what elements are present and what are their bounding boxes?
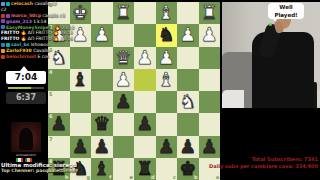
square-f6[interactable]: ♛ [91,113,113,135]
chat-badge-icon [1,14,5,18]
piece-wP-e4[interactable]: ♟ [113,68,135,90]
file-label-a: a [216,174,219,180]
square-c8[interactable]: c [156,158,178,180]
square-a7[interactable]: ♟ [199,136,221,158]
chat-badge-icon [6,2,10,6]
piece-bP-h6[interactable]: ♟ [48,112,70,134]
chat-username[interactable]: celocash [11,1,33,6]
square-d8[interactable]: d♜ [134,158,156,180]
piece-wP-f2[interactable]: ♟ [91,23,113,45]
piece-bP-d6[interactable]: ♟ [134,112,156,134]
square-d7[interactable] [134,136,156,158]
rank-label-5: 5 [49,91,52,97]
piece-bK-b8[interactable]: ♚ [177,157,199,179]
chat-text: cavallo c2 [34,1,57,6]
streamer-name: andreabubini [0,153,52,157]
footer-info: Ultima modifica: sieragu Top Chenner: pa… [1,162,121,173]
square-c1[interactable]: ♝ [156,2,178,24]
square-a1[interactable]: ♜ [199,2,221,24]
square-b5[interactable]: ♞ [177,91,199,113]
chat-text: E cos [37,54,49,59]
square-d4[interactable] [134,69,156,91]
piece-bP-b7[interactable]: ♟ [177,135,199,157]
square-g4[interactable]: ♝ [70,69,92,91]
avatar-silhouette [19,128,33,150]
piece-wB-c1[interactable]: ♝ [156,1,178,23]
square-a6[interactable] [199,113,221,135]
piece-bR-d8[interactable]: ♜ [134,157,156,179]
total-subscribers-text: Total Subscribers: 7341 [209,156,318,163]
piece-bP-c7[interactable]: ♟ [156,135,178,157]
square-f4[interactable] [91,69,113,91]
piece-bQ-f6[interactable]: ♛ [91,112,113,134]
square-a5[interactable] [199,91,221,113]
clock-progress-bar [8,87,44,89]
square-h5[interactable]: 5 [48,91,70,113]
white-clock: 7:04 [6,71,46,84]
chat-badge-icon [1,2,5,6]
black-clock: 6:37 [6,92,46,104]
square-b1[interactable] [177,2,199,24]
streamer-avatar [11,122,41,152]
piece-wR-a1[interactable]: ♜ [199,1,221,23]
chat-badge-icon [1,43,5,47]
square-e5[interactable]: ♟ [113,91,135,113]
chat-badge-icon [1,55,5,59]
file-label-c: c [173,174,176,180]
chat-username[interactable]: marco_50cp [11,13,41,18]
green-indicator-dot [269,23,272,26]
square-g7[interactable]: ♟ [70,136,92,158]
chat-text: 🔥 23:13 [55,25,75,30]
subscriber-stats: Total Subscribers: 7341 Daily subs per c… [209,156,318,170]
speech-bubble: Well Played! [268,3,304,19]
square-d2[interactable] [134,24,156,46]
square-e3[interactable]: ♛ [113,47,135,69]
square-e4[interactable]: ♟ [113,69,135,91]
chat-username[interactable]: EasyMoneySniper_ [6,25,53,30]
square-f2[interactable]: ♟ [91,24,113,46]
chat-badge-icon [1,49,5,53]
chat-badge-icon [1,19,5,23]
piece-wN-b5[interactable]: ♞ [177,90,199,112]
chat-text: cavallo c3 [43,13,66,18]
piece-bP-a7[interactable]: ♟ [199,135,221,157]
square-d6[interactable]: ♟ [134,113,156,135]
chat-badge-icon [6,14,10,18]
piece-bP-g7[interactable]: ♟ [70,135,92,157]
stream-stage: 1♚♜♝♜2♟♟♟♞♟♟3♞♛♟♟4♝♟♝5♟♞6♟♛♟7♟♟♟♟♟8h♜g♞f… [0,0,320,180]
rank-label-4: 4 [49,69,52,75]
chat-username[interactable]: belochirnoll [6,54,36,59]
chat-badge-icon [6,43,10,47]
square-g5[interactable] [70,91,92,113]
chat-text: lshowoo [31,42,49,47]
clock-progress-fill [8,87,31,89]
square-d1[interactable] [134,2,156,24]
piece-bB-g4[interactable]: ♝ [70,68,92,90]
square-f3[interactable] [91,47,113,69]
square-b4[interactable] [177,69,199,91]
chat-text: c2 [1,7,6,12]
chat-text: Cavallo [33,48,50,53]
top-chenner-text: Top Chenner: pasqualetti=999 [1,168,121,173]
square-b7[interactable]: ♟ [177,136,199,158]
piece-wQ-e3[interactable]: ♛ [113,46,135,68]
chat-username[interactable]: ZarloF930 [6,48,32,53]
chat-username[interactable]: FRITTO [1,36,19,41]
file-label-e: e [130,174,133,180]
bubble-text-line1: Well [268,3,304,11]
clock-panel: 7:04 6:37 [6,66,46,104]
daily-subs-text: Daily subs per cambiare casa: 334/400 [209,163,318,170]
piece-bP-f7[interactable]: ♟ [91,135,113,157]
square-e2[interactable] [113,24,135,46]
piece-wP-c3[interactable]: ♟ [156,46,178,68]
square-e1[interactable]: ♜ [113,2,135,24]
bubble-text-line2: Played! [268,11,304,19]
piece-wB-c4[interactable]: ♝ [156,68,178,90]
square-a3[interactable] [199,47,221,69]
square-c4[interactable]: ♝ [156,69,178,91]
chat-text: 🔥 ΔΠ FRITTO 🔥 23:14 [21,36,73,41]
piece-bN-c2[interactable]: ♞ [156,23,178,45]
square-d5[interactable] [134,91,156,113]
chat-username[interactable]: FRITTO [1,30,19,35]
square-b2[interactable]: ♟ [177,24,199,46]
square-d3[interactable]: ♟ [134,47,156,69]
square-b3[interactable] [177,47,199,69]
chat-badge-icon [1,25,5,29]
square-h4[interactable]: 4 [48,69,70,91]
piece-bP-e5[interactable]: ♟ [113,90,135,112]
square-b8[interactable]: b♚ [177,158,199,180]
chat-message-9: belochirnollE cos [0,54,84,60]
piece-wP-b2[interactable]: ♟ [177,23,199,45]
square-e6[interactable] [113,113,135,135]
square-c3[interactable]: ♟ [156,47,178,69]
square-a4[interactable] [199,69,221,91]
chat-username[interactable]: savi_bs [11,42,29,47]
chat-text: 🔥 ΔΠ FRITTO 🔥 23:13 [21,30,73,35]
square-e7[interactable] [113,136,135,158]
piece-wR-e1[interactable]: ♜ [113,1,135,23]
square-c7[interactable]: ♟ [156,136,178,158]
square-c2[interactable]: ♞ [156,24,178,46]
piece-wP-d3[interactable]: ♟ [134,46,156,68]
chat-overlay[interactable]: celocashcavallo c2c2marco_50cpcavallo c3… [0,1,84,60]
square-g6[interactable] [70,113,92,135]
piece-wP-a2[interactable]: ♟ [199,23,221,45]
chat-text: 13:14 [33,19,46,24]
square-h6[interactable]: 6♟ [48,113,70,135]
square-c6[interactable] [156,113,178,135]
square-c5[interactable] [156,91,178,113]
square-f7[interactable]: ♟ [91,136,113,158]
chair-arm-shape [222,90,244,108]
square-f5[interactable] [91,91,113,113]
square-a2[interactable]: ♟ [199,24,221,46]
square-f1[interactable] [91,2,113,24]
rank-label-7: 7 [49,136,52,142]
chat-username[interactable]: gnam_213 [6,19,32,24]
square-b6[interactable] [177,113,199,135]
